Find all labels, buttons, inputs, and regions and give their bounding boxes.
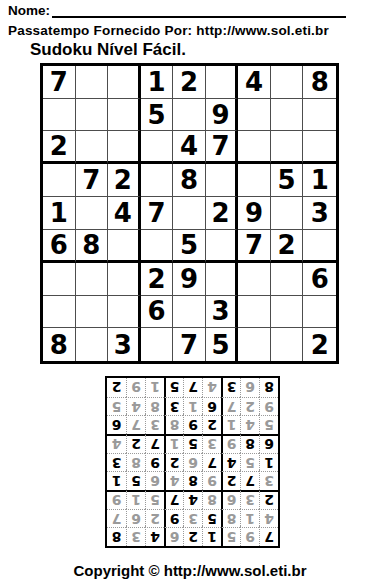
copyright-text: Copyright © http://www.sol.eti.br: [0, 562, 380, 579]
sudoku-cell[interactable]: [76, 263, 109, 296]
sudoku-cell: 9: [173, 263, 206, 296]
sudoku-cell[interactable]: [141, 230, 174, 263]
sudoku-cell[interactable]: [76, 296, 109, 329]
solution-cell: 1: [202, 527, 221, 546]
sudoku-cell[interactable]: [141, 131, 174, 164]
sudoku-cell[interactable]: [141, 164, 174, 197]
sudoku-cell[interactable]: [271, 99, 304, 132]
solution-cell: 7: [221, 397, 240, 416]
solution-cell: 1: [183, 397, 202, 416]
sudoku-cell: 7: [173, 328, 206, 361]
solution-cell: 9: [183, 415, 202, 434]
sudoku-cell: 3: [108, 328, 141, 361]
solution-cell: 3: [164, 397, 183, 416]
sudoku-cell: 6: [303, 263, 336, 296]
sudoku-cell: 9: [206, 99, 239, 132]
solution-cell: 3: [107, 453, 126, 472]
sudoku-cell: 5: [141, 99, 174, 132]
sudoku-cell[interactable]: [206, 66, 239, 99]
sudoku-cell[interactable]: [108, 296, 141, 329]
solution-cell: 4: [202, 378, 221, 397]
solution-cell: 3: [259, 471, 278, 490]
sudoku-cell[interactable]: [108, 263, 141, 296]
sudoku-cell[interactable]: [76, 131, 109, 164]
sudoku-cell[interactable]: [303, 230, 336, 263]
sudoku-cell[interactable]: [173, 197, 206, 230]
sudoku-cell: 1: [141, 66, 174, 99]
solution-cell: 7: [126, 415, 145, 434]
solution-cell: 1: [259, 453, 278, 472]
solution-sudoku-grid-rotated: 7951264384185392672368475193729846511547…: [105, 376, 280, 548]
sudoku-cell: 2: [173, 66, 206, 99]
solution-cell: 1: [240, 509, 259, 528]
sudoku-cell[interactable]: [43, 296, 76, 329]
solution-cell: 4: [221, 453, 240, 472]
solution-cell: 8: [202, 490, 221, 509]
sudoku-cell: 5: [173, 230, 206, 263]
sudoku-cell[interactable]: [271, 263, 304, 296]
solution-cell: 4: [259, 509, 278, 528]
sudoku-cell[interactable]: [238, 131, 271, 164]
name-row: Nome:: [8, 3, 346, 18]
solution-cell: 8: [221, 509, 240, 528]
solution-cell: 9: [126, 378, 145, 397]
sudoku-cell: 3: [303, 197, 336, 230]
sudoku-cell: 7: [238, 230, 271, 263]
sudoku-cell[interactable]: [76, 66, 109, 99]
solution-cell: 9: [221, 434, 240, 453]
solution-cell: 6: [107, 415, 126, 434]
solution-cell: 8: [145, 397, 164, 416]
sudoku-cell: 7: [206, 131, 239, 164]
solution-cell: 2: [107, 378, 126, 397]
solution-cell: 7: [240, 471, 259, 490]
solution-cell: 4: [240, 415, 259, 434]
sudoku-cell[interactable]: [76, 328, 109, 361]
solution-cell: 5: [202, 509, 221, 528]
sudoku-cell: 9: [238, 197, 271, 230]
solution-cell: 6: [126, 509, 145, 528]
solution-cell: 7: [107, 509, 126, 528]
solution-cell: 6: [145, 471, 164, 490]
sudoku-cell[interactable]: [108, 66, 141, 99]
sudoku-cell[interactable]: [271, 197, 304, 230]
sudoku-cell[interactable]: [43, 164, 76, 197]
sudoku-cell[interactable]: [206, 263, 239, 296]
sudoku-cell: 4: [238, 66, 271, 99]
solution-cell: 2: [221, 471, 240, 490]
solution-cell: 8: [259, 378, 278, 397]
solution-cell: 2: [145, 509, 164, 528]
solution-cell: 5: [107, 397, 126, 416]
sudoku-cell[interactable]: [206, 164, 239, 197]
sudoku-cell: 5: [271, 164, 304, 197]
solution-cell: 4: [164, 471, 183, 490]
sudoku-cell: 2: [141, 263, 174, 296]
sudoku-cell: 7: [76, 164, 109, 197]
solution-cell: 9: [202, 471, 221, 490]
sudoku-cell[interactable]: [303, 131, 336, 164]
solution-cell: 9: [259, 397, 278, 416]
sudoku-cell[interactable]: [141, 328, 174, 361]
solution-cell: 4: [183, 490, 202, 509]
sudoku-cell[interactable]: [303, 99, 336, 132]
sudoku-cell: 8: [173, 164, 206, 197]
solution-cell: 5: [183, 434, 202, 453]
sudoku-cell: 8: [303, 66, 336, 99]
solution-cell: 2: [164, 453, 183, 472]
sudoku-cell: 2: [271, 230, 304, 263]
sudoku-cell: 7: [43, 66, 76, 99]
solution-cell: 3: [240, 490, 259, 509]
name-label: Nome:: [8, 3, 50, 18]
sudoku-cell: 2: [108, 164, 141, 197]
worksheet-page: Nome: Passatempo Fornecido Por: http://w…: [0, 0, 380, 585]
solution-cell: 6: [183, 453, 202, 472]
sudoku-cell[interactable]: [76, 99, 109, 132]
solution-cell: 1: [221, 415, 240, 434]
solution-cell: 8: [164, 415, 183, 434]
solution-cell: 8: [126, 453, 145, 472]
solution-cell: 9: [240, 527, 259, 546]
solution-cell: 6: [202, 397, 221, 416]
solution-cell: 8: [183, 471, 202, 490]
solution-cell: 3: [221, 378, 240, 397]
sudoku-cell: 4: [108, 197, 141, 230]
sudoku-cell: 6: [141, 296, 174, 329]
sudoku-cell[interactable]: [43, 263, 76, 296]
sudoku-cell[interactable]: [238, 296, 271, 329]
solution-cell: 6: [240, 378, 259, 397]
sudoku-cell: 2: [206, 197, 239, 230]
solution-cell: 1: [126, 490, 145, 509]
solution-cell: 7: [259, 527, 278, 546]
solution-cell: 9: [145, 453, 164, 472]
solution-cell: 3: [202, 434, 221, 453]
solution-cell: 1: [164, 434, 183, 453]
solution-cell: 8: [240, 434, 259, 453]
solution-cell: 3: [126, 527, 145, 546]
solution-cell: 5: [259, 415, 278, 434]
solution-cell: 2: [126, 434, 145, 453]
solution-cell: 4: [145, 527, 164, 546]
sudoku-cell[interactable]: [238, 164, 271, 197]
provided-by-text: Passatempo Fornecido Por: http://www.sol…: [8, 23, 329, 38]
sudoku-cell[interactable]: [108, 99, 141, 132]
solution-cell: 5: [164, 378, 183, 397]
solution-cell: 7: [183, 378, 202, 397]
sudoku-cell[interactable]: [43, 99, 76, 132]
solution-cell: 7: [145, 434, 164, 453]
sudoku-cell[interactable]: [108, 131, 141, 164]
solution-cell: 1: [107, 471, 126, 490]
sudoku-cell[interactable]: [108, 230, 141, 263]
solution-cell: 6: [164, 527, 183, 546]
sudoku-cell: 7: [141, 197, 174, 230]
solution-cell: 7: [164, 490, 183, 509]
main-sudoku-grid: 712485924772851147293685722966383752: [40, 63, 339, 364]
solution-cell: 6: [259, 434, 278, 453]
solution-cell: 8: [107, 527, 126, 546]
solution-cell: 1: [145, 378, 164, 397]
sudoku-cell[interactable]: [238, 99, 271, 132]
solution-cell: 2: [202, 415, 221, 434]
sudoku-cell: 8: [76, 230, 109, 263]
solution-cell: 6: [221, 490, 240, 509]
sudoku-cell: 1: [303, 164, 336, 197]
solution-cell: 4: [107, 434, 126, 453]
solution-cell: 5: [126, 471, 145, 490]
sudoku-cell: 5: [206, 328, 239, 361]
solution-cell: 2: [259, 490, 278, 509]
sudoku-cell: 2: [303, 328, 336, 361]
sudoku-cell[interactable]: [76, 197, 109, 230]
solution-cell: 3: [145, 415, 164, 434]
sudoku-cell[interactable]: [173, 99, 206, 132]
solution-cell: 2: [183, 527, 202, 546]
solution-cell: 5: [221, 527, 240, 546]
solution-cell: 5: [240, 453, 259, 472]
solution-cell: 4: [126, 397, 145, 416]
sudoku-cell: 4: [173, 131, 206, 164]
sudoku-cell[interactable]: [271, 328, 304, 361]
sudoku-cell[interactable]: [271, 296, 304, 329]
solution-cell: 3: [183, 509, 202, 528]
solution-cell: 9: [164, 509, 183, 528]
sudoku-cell: 6: [43, 230, 76, 263]
sudoku-cell[interactable]: [206, 230, 239, 263]
sudoku-cell: 8: [43, 328, 76, 361]
sudoku-cell: 3: [206, 296, 239, 329]
solution-cell: 2: [240, 397, 259, 416]
sudoku-cell[interactable]: [303, 296, 336, 329]
solution-cell: 7: [202, 453, 221, 472]
sudoku-cell[interactable]: [238, 263, 271, 296]
puzzle-title: Sudoku Nível Fácil.: [30, 40, 186, 60]
sudoku-cell[interactable]: [271, 66, 304, 99]
sudoku-cell[interactable]: [271, 131, 304, 164]
sudoku-cell[interactable]: [173, 296, 206, 329]
sudoku-cell: 2: [43, 131, 76, 164]
name-blank-line[interactable]: [52, 3, 346, 18]
solution-cell: 5: [145, 490, 164, 509]
solution-cell: 9: [107, 490, 126, 509]
sudoku-cell[interactable]: [238, 328, 271, 361]
sudoku-cell: 1: [43, 197, 76, 230]
